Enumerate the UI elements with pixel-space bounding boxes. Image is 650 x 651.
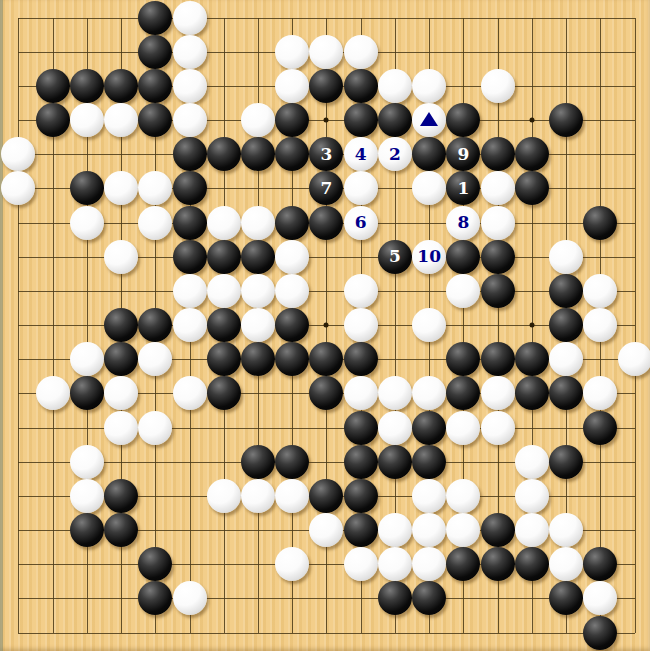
stone-white[interactable] — [583, 308, 617, 342]
go-board-screenshot: 34297168510 — [0, 0, 650, 651]
stone-white[interactable] — [481, 171, 515, 205]
stone-black[interactable] — [207, 342, 241, 376]
move-number-label: 2 — [389, 146, 401, 163]
stone-white[interactable] — [412, 547, 446, 581]
stone-black[interactable] — [138, 581, 172, 615]
stone-white[interactable] — [1, 137, 35, 171]
stone-white[interactable] — [104, 411, 138, 445]
stone-white[interactable] — [412, 69, 446, 103]
stone-black[interactable] — [275, 342, 309, 376]
stone-white[interactable] — [207, 274, 241, 308]
stone-black[interactable] — [138, 1, 172, 35]
stone-black[interactable] — [241, 342, 275, 376]
stone-white[interactable] — [549, 240, 583, 274]
stone-black[interactable] — [104, 513, 138, 547]
stone-black[interactable] — [275, 206, 309, 240]
move-number-label: 9 — [457, 146, 469, 163]
stone-white[interactable] — [446, 479, 480, 513]
stone-black[interactable] — [70, 376, 104, 410]
stone-black[interactable] — [138, 103, 172, 137]
stone-black[interactable] — [309, 376, 343, 410]
stone-white[interactable] — [583, 274, 617, 308]
stone-black[interactable] — [481, 547, 515, 581]
move-number-label: 5 — [389, 248, 401, 265]
stone-white[interactable] — [515, 445, 549, 479]
stone-white[interactable] — [549, 547, 583, 581]
stone-white[interactable]: 4 — [344, 137, 378, 171]
stone-black[interactable] — [344, 513, 378, 547]
stone-black[interactable] — [104, 308, 138, 342]
stone-black[interactable] — [515, 137, 549, 171]
star-point — [529, 323, 534, 328]
stone-white[interactable] — [549, 513, 583, 547]
stone-black[interactable]: 1 — [446, 171, 480, 205]
stone-black[interactable] — [104, 479, 138, 513]
stone-white[interactable]: 6 — [344, 206, 378, 240]
stone-white[interactable] — [412, 171, 446, 205]
move-number-label: 7 — [321, 180, 333, 197]
stone-black[interactable] — [309, 479, 343, 513]
stone-black[interactable] — [138, 35, 172, 69]
stone-white[interactable] — [378, 513, 412, 547]
stone-white[interactable] — [618, 342, 650, 376]
stone-black[interactable] — [138, 308, 172, 342]
star-point — [529, 118, 534, 123]
stone-black[interactable] — [207, 308, 241, 342]
stone-white[interactable] — [378, 547, 412, 581]
stone-white[interactable] — [207, 206, 241, 240]
stone-white[interactable] — [173, 376, 207, 410]
stone-white[interactable] — [583, 376, 617, 410]
stone-white[interactable] — [70, 445, 104, 479]
stone-white[interactable] — [241, 308, 275, 342]
stone-white[interactable] — [583, 581, 617, 615]
stone-black[interactable] — [446, 342, 480, 376]
stone-white[interactable] — [309, 513, 343, 547]
stone-white[interactable] — [173, 308, 207, 342]
stone-white[interactable] — [173, 581, 207, 615]
grid-hline — [18, 633, 634, 634]
stone-white[interactable]: 2 — [378, 137, 412, 171]
stone-white[interactable] — [515, 479, 549, 513]
stone-white[interactable] — [138, 411, 172, 445]
stone-black[interactable] — [549, 445, 583, 479]
stone-white[interactable] — [412, 308, 446, 342]
stone-black[interactable] — [481, 274, 515, 308]
stone-white[interactable] — [549, 342, 583, 376]
stone-black[interactable] — [241, 137, 275, 171]
stone-black[interactable]: 9 — [446, 137, 480, 171]
star-point — [324, 118, 329, 123]
stone-white[interactable] — [173, 69, 207, 103]
go-board[interactable]: 34297168510 — [0, 0, 650, 651]
move-number-label: 4 — [355, 146, 367, 163]
stone-black[interactable] — [207, 376, 241, 410]
stone-black[interactable] — [309, 342, 343, 376]
stone-black[interactable] — [36, 69, 70, 103]
stone-white[interactable] — [275, 274, 309, 308]
stone-white[interactable] — [173, 103, 207, 137]
stone-black[interactable] — [70, 513, 104, 547]
stone-white[interactable] — [275, 35, 309, 69]
stone-white[interactable] — [515, 513, 549, 547]
stone-black[interactable] — [515, 342, 549, 376]
move-number-label: 8 — [457, 214, 469, 231]
stone-black[interactable] — [446, 103, 480, 137]
stone-black[interactable] — [275, 308, 309, 342]
stone-white[interactable] — [138, 206, 172, 240]
stone-black[interactable] — [173, 137, 207, 171]
stone-white[interactable] — [378, 411, 412, 445]
stone-black[interactable] — [378, 581, 412, 615]
stone-white[interactable] — [446, 274, 480, 308]
stone-black[interactable] — [583, 411, 617, 445]
stone-white[interactable] — [412, 103, 446, 137]
stone-white[interactable] — [241, 206, 275, 240]
grid-hline — [18, 598, 634, 599]
move-number-label: 10 — [417, 248, 441, 265]
stone-black[interactable]: 3 — [309, 137, 343, 171]
stone-black[interactable] — [515, 171, 549, 205]
stone-black[interactable] — [481, 240, 515, 274]
stone-white[interactable] — [138, 342, 172, 376]
stone-black[interactable] — [446, 376, 480, 410]
stone-black[interactable] — [344, 479, 378, 513]
stone-white[interactable] — [481, 69, 515, 103]
stone-black[interactable] — [104, 69, 138, 103]
stone-black[interactable] — [412, 137, 446, 171]
stone-black[interactable] — [412, 445, 446, 479]
stone-black[interactable] — [378, 103, 412, 137]
stone-white[interactable] — [207, 479, 241, 513]
stone-black[interactable] — [207, 137, 241, 171]
stone-black[interactable] — [70, 171, 104, 205]
stone-black[interactable] — [446, 547, 480, 581]
stone-black[interactable] — [104, 342, 138, 376]
stone-black[interactable] — [481, 342, 515, 376]
stone-white[interactable] — [344, 274, 378, 308]
stone-black[interactable] — [481, 137, 515, 171]
star-point — [324, 323, 329, 328]
stone-black[interactable] — [275, 445, 309, 479]
stone-black[interactable] — [309, 206, 343, 240]
stone-white[interactable] — [412, 513, 446, 547]
stone-black[interactable] — [241, 445, 275, 479]
stone-black[interactable] — [481, 513, 515, 547]
stone-white[interactable] — [275, 240, 309, 274]
stone-white[interactable] — [241, 103, 275, 137]
stone-black[interactable] — [241, 240, 275, 274]
stone-black[interactable] — [583, 616, 617, 650]
stone-white[interactable] — [344, 547, 378, 581]
stone-white[interactable] — [275, 547, 309, 581]
stone-black[interactable] — [173, 240, 207, 274]
stone-black[interactable] — [344, 69, 378, 103]
stone-black[interactable] — [412, 411, 446, 445]
stone-white[interactable] — [241, 274, 275, 308]
stone-black[interactable] — [549, 308, 583, 342]
stone-black[interactable] — [138, 547, 172, 581]
stone-white[interactable] — [173, 274, 207, 308]
move-number-label: 6 — [355, 214, 367, 231]
grid-vline — [635, 18, 636, 633]
stone-white[interactable] — [1, 171, 35, 205]
stone-white[interactable] — [104, 103, 138, 137]
stone-white[interactable] — [446, 513, 480, 547]
stone-black[interactable] — [275, 103, 309, 137]
stone-white[interactable] — [344, 35, 378, 69]
stone-black[interactable] — [446, 240, 480, 274]
stone-black[interactable] — [549, 581, 583, 615]
stone-black[interactable] — [275, 137, 309, 171]
stone-white[interactable] — [104, 376, 138, 410]
move-number-label: 1 — [457, 180, 469, 197]
stone-black[interactable] — [309, 69, 343, 103]
stone-black[interactable] — [70, 69, 104, 103]
stone-black[interactable] — [583, 206, 617, 240]
stone-white[interactable] — [481, 376, 515, 410]
stone-white[interactable] — [275, 479, 309, 513]
stone-white[interactable] — [344, 171, 378, 205]
stone-white[interactable] — [481, 411, 515, 445]
stone-black[interactable] — [36, 103, 70, 137]
stone-white[interactable] — [70, 342, 104, 376]
stone-white[interactable]: 8 — [446, 206, 480, 240]
stone-black[interactable] — [173, 171, 207, 205]
stone-white[interactable] — [36, 376, 70, 410]
stone-black[interactable] — [344, 342, 378, 376]
stone-black[interactable] — [549, 376, 583, 410]
stone-black[interactable] — [207, 240, 241, 274]
stone-white[interactable] — [241, 479, 275, 513]
stone-black[interactable] — [412, 581, 446, 615]
stone-black[interactable]: 7 — [309, 171, 343, 205]
stone-white[interactable] — [173, 1, 207, 35]
stone-white[interactable] — [104, 240, 138, 274]
stone-black[interactable] — [344, 411, 378, 445]
stone-black[interactable] — [515, 376, 549, 410]
stone-black[interactable] — [515, 547, 549, 581]
stone-black[interactable] — [344, 445, 378, 479]
stone-white[interactable] — [70, 206, 104, 240]
stone-white[interactable] — [70, 103, 104, 137]
stone-black[interactable] — [138, 69, 172, 103]
stone-white[interactable] — [309, 35, 343, 69]
stone-black[interactable] — [344, 103, 378, 137]
stone-black[interactable] — [549, 103, 583, 137]
stone-black[interactable] — [173, 206, 207, 240]
stone-white[interactable] — [104, 171, 138, 205]
stone-white[interactable] — [275, 69, 309, 103]
stone-white[interactable] — [138, 171, 172, 205]
stone-black[interactable] — [378, 445, 412, 479]
stone-white[interactable] — [378, 69, 412, 103]
stone-white[interactable] — [70, 479, 104, 513]
stone-black[interactable] — [583, 547, 617, 581]
stone-white[interactable] — [378, 376, 412, 410]
stone-black[interactable] — [549, 274, 583, 308]
stone-white[interactable] — [446, 411, 480, 445]
stone-black[interactable]: 5 — [378, 240, 412, 274]
move-number-label: 3 — [321, 146, 333, 163]
stone-white[interactable] — [481, 206, 515, 240]
stone-white[interactable] — [173, 35, 207, 69]
stone-white[interactable] — [344, 376, 378, 410]
triangle-marker-icon — [420, 112, 438, 126]
stone-white[interactable] — [412, 376, 446, 410]
stone-white[interactable]: 10 — [412, 240, 446, 274]
stone-white[interactable] — [412, 479, 446, 513]
stone-white[interactable] — [344, 308, 378, 342]
